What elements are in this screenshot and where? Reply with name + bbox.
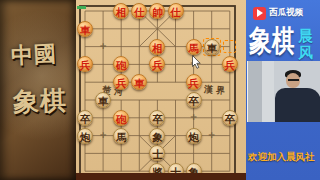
streamer-body — [275, 88, 320, 122]
mouse-cursor-icon — [192, 55, 202, 69]
piece-砲-red[interactable]: 砲 — [113, 110, 129, 126]
piece-卒-black[interactable]: 卒 — [77, 110, 93, 126]
left-wood-banner: 中國 象棋 — [0, 0, 76, 180]
last-move-from-marker — [223, 40, 236, 53]
xiangqi-board[interactable]: 楚河 漢界 ✛✛✛✛✛相仕帥仕車相馬車兵砲兵兵兵車兵車卒卒砲卒卒炮馬象炮士將士象 — [76, 0, 246, 180]
piece-象-black[interactable]: 象 — [149, 128, 165, 144]
banner-title-line1: 中國 — [10, 39, 58, 71]
piece-帥-red[interactable]: 帥 — [149, 3, 165, 19]
video-frame: 中國 象棋 楚河 漢界 ✛✛✛✛✛相仕帥仕車相馬車兵砲兵兵兵車兵車卒卒砲卒卒炮馬… — [0, 0, 320, 180]
piece-車-red[interactable]: 車 — [131, 74, 147, 90]
banner-title-line2: 象棋 — [12, 83, 67, 120]
streamer-glasses — [288, 79, 299, 81]
welcome-message: 欢迎加入晨风社 — [248, 151, 320, 164]
piece-仕-red[interactable]: 仕 — [131, 3, 147, 19]
river-label-right: 漢界 — [203, 83, 228, 98]
stream-side-panel: 西瓜视频 象棋 晨 风 欢迎加入晨风社 — [246, 0, 320, 180]
piece-仕-red[interactable]: 仕 — [168, 3, 184, 19]
piece-炮-black[interactable]: 炮 — [77, 128, 93, 144]
star-point-marker: ✛ — [207, 131, 217, 141]
piece-士-black[interactable]: 士 — [149, 145, 165, 161]
bottom-crop-bar — [76, 173, 246, 180]
star-point-marker: ✛ — [189, 113, 199, 123]
platform-logo: 西瓜视频 — [253, 6, 303, 20]
piece-卒-black[interactable]: 卒 — [149, 110, 165, 126]
piece-兵-red[interactable]: 兵 — [186, 74, 202, 90]
star-point-marker: ✛ — [98, 42, 108, 52]
piece-馬-red[interactable]: 馬 — [186, 39, 202, 55]
platform-logo-text: 西瓜视频 — [269, 7, 303, 19]
piece-兵-red[interactable]: 兵 — [149, 56, 165, 72]
piece-相-red[interactable]: 相 — [149, 39, 165, 55]
star-point-marker: ✛ — [98, 131, 108, 141]
piece-車-black[interactable]: 車 — [204, 39, 220, 55]
webcam-thumbnail — [247, 61, 320, 122]
piece-車-red[interactable]: 車 — [77, 21, 93, 37]
play-triangle-icon — [257, 9, 263, 17]
piece-卒-black[interactable]: 卒 — [222, 110, 238, 126]
piece-卒-black[interactable]: 卒 — [186, 92, 202, 108]
piece-車-black[interactable]: 車 — [95, 92, 111, 108]
green-tick-mark — [77, 6, 86, 9]
play-logo-icon — [253, 7, 266, 20]
piece-馬-black[interactable]: 馬 — [113, 128, 129, 144]
piece-炮-black[interactable]: 炮 — [186, 128, 202, 144]
channel-title: 象棋 — [249, 21, 295, 62]
